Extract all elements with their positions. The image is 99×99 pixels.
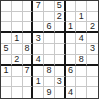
cell-r4c7-empty[interactable] (66, 33, 77, 44)
cell-r7c1-given: 1 (1, 66, 12, 77)
cell-r1c2-empty[interactable] (12, 1, 23, 12)
cell-r5c5-empty[interactable] (44, 44, 55, 55)
cell-r4c6-empty[interactable] (55, 33, 66, 44)
cell-r9c5-given: 9 (44, 87, 55, 98)
cell-r3c2-empty[interactable] (12, 22, 23, 33)
cell-r9c3-empty[interactable] (23, 87, 34, 98)
cell-r8c3-empty[interactable] (23, 77, 34, 88)
cell-r1c7-empty[interactable] (66, 1, 77, 12)
cell-r2c4-empty[interactable] (33, 12, 44, 23)
cell-r5c9-given: 3 (87, 44, 98, 55)
cell-r2c1-empty[interactable] (1, 12, 12, 23)
cell-r8c5-empty[interactable] (44, 77, 55, 88)
cell-r6c8-given: 8 (76, 55, 87, 66)
cell-r3c6-empty[interactable] (55, 22, 66, 33)
cell-r3c7-given: 1 (66, 22, 77, 33)
cell-r7c4-empty[interactable] (33, 66, 44, 77)
cell-r6c3-empty[interactable] (23, 55, 34, 66)
cell-r7c6-empty[interactable] (55, 66, 66, 77)
cell-r2c2-empty[interactable] (12, 12, 23, 23)
cell-r9c1-empty[interactable] (1, 87, 12, 98)
cell-r5c1-given: 5 (1, 44, 12, 55)
cell-r4c8-given: 4 (76, 33, 87, 44)
cell-r3c8-empty[interactable] (76, 22, 87, 33)
cell-r7c9-empty[interactable] (87, 66, 98, 77)
cell-r7c8-empty[interactable] (76, 66, 87, 77)
cell-r6c7-empty[interactable] (66, 55, 77, 66)
cell-r1c4-given: 7 (33, 1, 44, 12)
cell-r3c3-empty[interactable] (23, 22, 34, 33)
cell-r2c6-given: 2 (55, 12, 66, 23)
cell-r1c1-empty[interactable] (1, 1, 12, 12)
cell-r6c5-empty[interactable] (44, 55, 55, 66)
sudoku-board: 752161213458324817861394 (0, 0, 99, 99)
cell-r3c5-given: 6 (44, 22, 55, 33)
cell-r5c7-empty[interactable] (66, 44, 77, 55)
cell-r8c9-empty[interactable] (87, 77, 98, 88)
cell-r6c6-empty[interactable] (55, 55, 66, 66)
cell-r9c4-empty[interactable] (33, 87, 44, 98)
cell-r6c2-given: 2 (12, 55, 23, 66)
cell-r6c1-empty[interactable] (1, 55, 12, 66)
cell-r4c4-given: 3 (33, 33, 44, 44)
cell-r1c3-empty[interactable] (23, 1, 34, 12)
cell-r7c7-given: 6 (66, 66, 77, 77)
cell-r3c1-empty[interactable] (1, 22, 12, 33)
cell-r8c8-empty[interactable] (76, 77, 87, 88)
cell-r8c2-empty[interactable] (12, 77, 23, 88)
cell-r1c5-empty[interactable] (44, 1, 55, 12)
cell-r7c3-given: 7 (23, 66, 34, 77)
cell-r7c2-empty[interactable] (12, 66, 23, 77)
cell-r9c7-given: 4 (66, 87, 77, 98)
cell-r9c6-empty[interactable] (55, 87, 66, 98)
cell-r7c5-given: 8 (44, 66, 55, 77)
cell-r8c4-given: 1 (33, 77, 44, 88)
cell-r1c9-empty[interactable] (87, 1, 98, 12)
cell-r8c6-given: 3 (55, 77, 66, 88)
cell-r8c7-empty[interactable] (66, 77, 77, 88)
cell-r3c4-empty[interactable] (33, 22, 44, 33)
cell-r4c5-empty[interactable] (44, 33, 55, 44)
cell-r9c9-empty[interactable] (87, 87, 98, 98)
cell-r6c9-empty[interactable] (87, 55, 98, 66)
cell-r6c4-given: 4 (33, 55, 44, 66)
cell-r2c8-given: 1 (76, 12, 87, 23)
cell-r8c1-empty[interactable] (1, 77, 12, 88)
cell-r2c3-empty[interactable] (23, 12, 34, 23)
cell-r4c2-given: 1 (12, 33, 23, 44)
cell-r5c3-given: 8 (23, 44, 34, 55)
cell-r3c9-given: 2 (87, 22, 98, 33)
cell-r9c2-empty[interactable] (12, 87, 23, 98)
cell-r5c6-empty[interactable] (55, 44, 66, 55)
cell-r9c8-empty[interactable] (76, 87, 87, 98)
